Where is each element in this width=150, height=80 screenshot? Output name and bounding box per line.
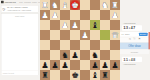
square-f8[interactable] (60, 70, 70, 80)
square-h1[interactable]: ♜ (40, 0, 50, 10)
square-f3[interactable]: ♟ (60, 20, 70, 30)
square-d6[interactable] (80, 50, 90, 60)
square-f6[interactable]: ♞ (60, 50, 70, 60)
site-logo-text[interactable]: lichess.org (5, 1, 16, 3)
square-d8[interactable] (80, 70, 90, 80)
piece-white-rook[interactable]: ♜ (40, 0, 50, 10)
square-h3[interactable] (40, 20, 50, 30)
site-logo-icon[interactable] (1, 1, 4, 4)
square-b3[interactable] (100, 20, 110, 30)
piece-white-knight[interactable]: ♞ (50, 0, 60, 10)
piece-black-bishop[interactable]: ♝ (90, 20, 100, 30)
piece-black-king[interactable]: ♚ (70, 70, 80, 80)
game-side-panel: Anonymous 13:47 11.Qa4Bxc3+ ⟲½⚑ Offer dr… (120, 0, 150, 80)
piece-black-pawn[interactable]: ♟ (90, 60, 100, 70)
square-g3[interactable] (50, 20, 60, 30)
resign-button[interactable]: Resign (120, 50, 149, 54)
piece-black-pawn[interactable]: ♟ (50, 60, 60, 70)
square-a5[interactable] (110, 40, 120, 50)
square-d3[interactable] (80, 20, 90, 30)
opponent-clock: 13:47 (122, 25, 142, 30)
square-e8[interactable]: ♚ (70, 70, 80, 80)
square-e2[interactable] (70, 10, 80, 20)
clock-speed-icon: ◷ (2, 7, 5, 11)
square-g8[interactable] (50, 70, 60, 80)
nav-link-learn[interactable]: Learn (32, 1, 37, 3)
square-d2[interactable] (80, 10, 90, 20)
piece-white-bishop[interactable]: ♝ (60, 0, 70, 10)
piece-black-bishop[interactable]: ♝ (90, 70, 100, 80)
square-f1[interactable]: ♝ (60, 0, 70, 10)
square-e7[interactable] (70, 60, 80, 70)
square-d1[interactable] (80, 0, 90, 10)
square-g4[interactable] (50, 30, 60, 40)
piece-black-rook[interactable]: ♜ (40, 70, 50, 80)
square-b1[interactable]: ♞ (100, 0, 110, 10)
move-current[interactable]: Bxc3+ (139, 33, 148, 36)
square-g5[interactable] (50, 40, 60, 50)
chess-board: ♜♞♝♚♞♜♟♟♟♟♟♝♟♛♞♟♞♟♟♟♟♟♟♜♚♝♜ (40, 0, 120, 80)
piece-black-rook[interactable]: ♜ (100, 70, 110, 80)
piece-black-knight[interactable]: ♞ (60, 50, 70, 60)
player-name: Anonymous (123, 63, 135, 65)
square-g6[interactable] (50, 50, 60, 60)
chat-header: Chat room (1, 14, 38, 18)
chess-game-page: lichess.org PlayPuzzlesLearnWatch ◷ 15+1… (0, 0, 150, 80)
square-c7[interactable]: ♟ (90, 60, 100, 70)
square-d4[interactable]: ♟ (80, 30, 90, 40)
square-a2[interactable]: ♟ (110, 10, 120, 20)
square-c2[interactable] (90, 10, 100, 20)
square-e3[interactable]: ♟ (70, 20, 80, 30)
piece-white-queen[interactable]: ♛ (110, 30, 120, 40)
square-f2[interactable] (60, 10, 70, 20)
piece-black-pawn[interactable]: ♟ (40, 60, 50, 70)
square-a4[interactable]: ♛ (110, 30, 120, 40)
page-stage: lichess.org PlayPuzzlesLearnWatch ◷ 15+1… (0, 0, 150, 80)
square-c8[interactable]: ♝ (90, 70, 100, 80)
square-d5[interactable] (80, 40, 90, 50)
square-d7[interactable] (80, 60, 90, 70)
piece-white-pawn[interactable]: ♟ (110, 10, 120, 20)
piece-white-pawn[interactable]: ♟ (40, 10, 50, 20)
square-b2[interactable] (100, 10, 110, 20)
square-c1[interactable] (90, 0, 100, 10)
square-f5[interactable] (60, 40, 70, 50)
piece-white-king[interactable]: ♚ (70, 0, 80, 10)
square-e6[interactable]: ♟ (70, 50, 80, 60)
square-h4[interactable] (40, 30, 50, 40)
square-a3[interactable] (110, 20, 120, 30)
square-b6[interactable] (100, 50, 110, 60)
square-h7[interactable]: ♟ (40, 60, 50, 70)
square-a7[interactable]: ♟ (110, 60, 120, 70)
square-b5[interactable] (100, 40, 110, 50)
square-g2[interactable]: ♟ (50, 10, 60, 20)
square-f7[interactable]: ♟ (60, 60, 70, 70)
move-list: 11.Qa4Bxc3+ (120, 32, 149, 37)
piece-black-pawn[interactable]: ♟ (70, 50, 80, 60)
piece-black-knight[interactable]: ♞ (90, 50, 100, 60)
offer-draw-button[interactable]: Offer draw (120, 43, 149, 49)
nav-link-puzzles[interactable]: Puzzles (24, 1, 30, 3)
square-c4[interactable] (90, 30, 100, 40)
piece-black-pawn[interactable]: ♟ (60, 60, 70, 70)
piece-white-pawn[interactable]: ♟ (70, 20, 80, 30)
square-a1[interactable]: ♜ (110, 0, 120, 10)
square-e1[interactable]: ♚ (70, 0, 80, 10)
piece-white-pawn[interactable]: ♟ (80, 30, 90, 40)
piece-white-knight[interactable]: ♞ (100, 0, 110, 10)
player-clock: 11:48 (122, 57, 142, 62)
action-buttons-row: ⟲½⚑ (120, 37, 149, 42)
piece-white-rook[interactable]: ♜ (110, 0, 120, 10)
chat-panel: Chat room Login to chat (1, 14, 38, 76)
square-e5[interactable] (70, 40, 80, 50)
square-c5[interactable] (90, 40, 100, 50)
square-h8[interactable]: ♜ (40, 70, 50, 80)
square-c6[interactable]: ♞ (90, 50, 100, 60)
square-h2[interactable]: ♟ (40, 10, 50, 20)
square-g1[interactable]: ♞ (50, 0, 60, 10)
square-a8[interactable] (110, 70, 120, 80)
square-g7[interactable]: ♟ (50, 60, 60, 70)
piece-white-pawn[interactable]: ♟ (50, 10, 60, 20)
game-meta-card: ◷ 15+10 • Casual • Rapid Anonymous vs An… (1, 5, 38, 12)
square-b7[interactable]: ♟ (100, 60, 110, 70)
draw-offer-icon[interactable]: ½ (133, 38, 135, 41)
game-meta-players: Anonymous vs Anonymous (7, 9, 31, 11)
move-white[interactable]: Qa4 (125, 33, 129, 35)
resign-icon[interactable]: ⚑ (138, 38, 140, 41)
opponent-name: Anonymous (123, 22, 135, 24)
nav-link-play[interactable]: Play (19, 1, 23, 3)
square-e4[interactable] (70, 30, 80, 40)
square-a6[interactable] (110, 50, 120, 60)
piece-black-pawn[interactable]: ♟ (110, 60, 120, 70)
square-b8[interactable]: ♜ (100, 70, 110, 80)
panel-scrollbar[interactable] (149, 32, 150, 49)
square-h5[interactable] (40, 40, 50, 50)
piece-black-pawn[interactable]: ♟ (100, 60, 110, 70)
square-b4[interactable] (100, 30, 110, 40)
piece-white-pawn[interactable]: ♟ (60, 20, 70, 30)
square-c3[interactable]: ♝ (90, 20, 100, 30)
move-number: 11. (121, 33, 124, 35)
top-navbar: lichess.org PlayPuzzlesLearnWatch (0, 0, 40, 4)
square-f4[interactable] (60, 30, 70, 40)
takeback-icon[interactable]: ⟲ (128, 38, 130, 41)
chat-input[interactable]: Login to chat (1, 71, 38, 76)
square-h6[interactable] (40, 50, 50, 60)
